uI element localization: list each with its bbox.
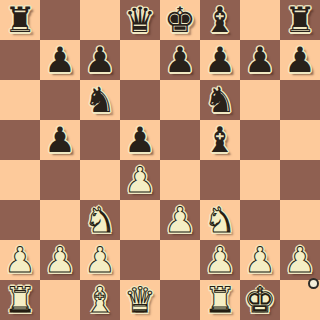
square-b2[interactable]: ♟: [40, 240, 80, 280]
white-pawn-b2[interactable]: ♟: [44, 240, 75, 280]
square-g2[interactable]: ♟: [240, 240, 280, 280]
black-knight-c6[interactable]: ♞: [84, 80, 115, 120]
square-c1[interactable]: ♝: [80, 280, 120, 320]
square-f6[interactable]: ♞: [200, 80, 240, 120]
square-a2[interactable]: ♟: [0, 240, 40, 280]
white-pawn-e3[interactable]: ♟: [164, 200, 195, 240]
square-a4[interactable]: [0, 160, 40, 200]
square-c7[interactable]: ♟: [80, 40, 120, 80]
white-pawn-f2[interactable]: ♟: [204, 240, 235, 280]
square-e4[interactable]: [160, 160, 200, 200]
square-e7[interactable]: ♟: [160, 40, 200, 80]
square-b5[interactable]: ♟: [40, 120, 80, 160]
annotation-dot: [308, 278, 319, 289]
square-d5[interactable]: ♟: [120, 120, 160, 160]
square-e6[interactable]: [160, 80, 200, 120]
white-pawn-h2[interactable]: ♟: [284, 240, 315, 280]
black-queen-d8[interactable]: ♛: [124, 0, 155, 40]
square-f7[interactable]: ♟: [200, 40, 240, 80]
square-h8[interactable]: ♜: [280, 0, 320, 40]
square-a8[interactable]: ♜: [0, 0, 40, 40]
square-a5[interactable]: [0, 120, 40, 160]
square-f8[interactable]: ♝: [200, 0, 240, 40]
square-g4[interactable]: [240, 160, 280, 200]
square-e1[interactable]: [160, 280, 200, 320]
square-h7[interactable]: ♟: [280, 40, 320, 80]
square-e8[interactable]: ♚: [160, 0, 200, 40]
black-pawn-c7[interactable]: ♟: [84, 40, 115, 80]
white-pawn-g2[interactable]: ♟: [244, 240, 275, 280]
white-rook-f1[interactable]: ♜: [204, 280, 235, 320]
square-a6[interactable]: [0, 80, 40, 120]
square-a1[interactable]: ♜: [0, 280, 40, 320]
black-pawn-e7[interactable]: ♟: [164, 40, 195, 80]
square-c3[interactable]: ♞: [80, 200, 120, 240]
square-g8[interactable]: [240, 0, 280, 40]
white-pawn-d4[interactable]: ♟: [124, 160, 155, 200]
square-f3[interactable]: ♞: [200, 200, 240, 240]
square-d8[interactable]: ♛: [120, 0, 160, 40]
square-e5[interactable]: [160, 120, 200, 160]
square-f5[interactable]: ♝: [200, 120, 240, 160]
square-g1[interactable]: ♚: [240, 280, 280, 320]
square-b1[interactable]: [40, 280, 80, 320]
square-h5[interactable]: [280, 120, 320, 160]
black-king-e8[interactable]: ♚: [164, 0, 195, 40]
black-pawn-d5[interactable]: ♟: [124, 120, 155, 160]
square-c5[interactable]: [80, 120, 120, 160]
square-h2[interactable]: ♟: [280, 240, 320, 280]
square-f2[interactable]: ♟: [200, 240, 240, 280]
square-g5[interactable]: [240, 120, 280, 160]
square-d4[interactable]: ♟: [120, 160, 160, 200]
square-b8[interactable]: [40, 0, 80, 40]
square-g3[interactable]: [240, 200, 280, 240]
square-b6[interactable]: [40, 80, 80, 120]
black-pawn-g7[interactable]: ♟: [244, 40, 275, 80]
white-king-g1[interactable]: ♚: [244, 280, 275, 320]
square-d2[interactable]: [120, 240, 160, 280]
square-g7[interactable]: ♟: [240, 40, 280, 80]
black-rook-a8[interactable]: ♜: [4, 0, 35, 40]
black-pawn-f7[interactable]: ♟: [204, 40, 235, 80]
white-pawn-c2[interactable]: ♟: [84, 240, 115, 280]
black-pawn-b7[interactable]: ♟: [44, 40, 75, 80]
chess-board: ♜♛♚♝♜♟♟♟♟♟♟♞♞♟♟♝♟♞♟♞♟♟♟♟♟♟♜♝♛♜♚: [0, 0, 320, 320]
square-f4[interactable]: [200, 160, 240, 200]
black-bishop-f8[interactable]: ♝: [204, 0, 235, 40]
square-h4[interactable]: [280, 160, 320, 200]
square-h6[interactable]: [280, 80, 320, 120]
white-knight-c3[interactable]: ♞: [84, 200, 115, 240]
square-h3[interactable]: [280, 200, 320, 240]
square-c4[interactable]: [80, 160, 120, 200]
square-e2[interactable]: [160, 240, 200, 280]
black-pawn-h7[interactable]: ♟: [284, 40, 315, 80]
black-bishop-f5[interactable]: ♝: [204, 120, 235, 160]
white-bishop-c1[interactable]: ♝: [84, 280, 115, 320]
black-knight-f6[interactable]: ♞: [204, 80, 235, 120]
white-knight-f3[interactable]: ♞: [204, 200, 235, 240]
chess-app: ♜♛♚♝♜♟♟♟♟♟♟♞♞♟♟♝♟♞♟♞♟♟♟♟♟♟♜♝♛♜♚: [0, 0, 320, 320]
black-pawn-b5[interactable]: ♟: [44, 120, 75, 160]
square-a7[interactable]: [0, 40, 40, 80]
black-rook-h8[interactable]: ♜: [284, 0, 315, 40]
square-d3[interactable]: [120, 200, 160, 240]
square-d1[interactable]: ♛: [120, 280, 160, 320]
square-c6[interactable]: ♞: [80, 80, 120, 120]
square-f1[interactable]: ♜: [200, 280, 240, 320]
square-a3[interactable]: [0, 200, 40, 240]
square-b4[interactable]: [40, 160, 80, 200]
square-b3[interactable]: [40, 200, 80, 240]
square-d6[interactable]: [120, 80, 160, 120]
square-c2[interactable]: ♟: [80, 240, 120, 280]
square-g6[interactable]: [240, 80, 280, 120]
white-rook-a1[interactable]: ♜: [4, 280, 35, 320]
white-queen-d1[interactable]: ♛: [124, 280, 155, 320]
square-b7[interactable]: ♟: [40, 40, 80, 80]
square-d7[interactable]: [120, 40, 160, 80]
white-pawn-a2[interactable]: ♟: [4, 240, 35, 280]
square-c8[interactable]: [80, 0, 120, 40]
square-e3[interactable]: ♟: [160, 200, 200, 240]
